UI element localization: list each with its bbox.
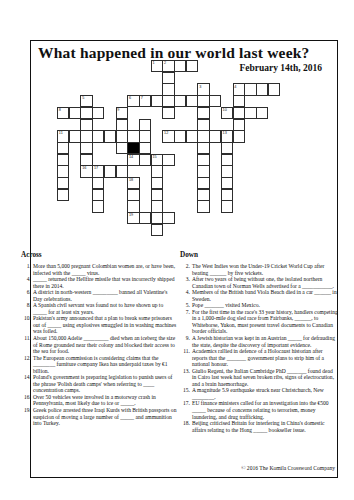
crossword-page: { "game": "crossword", "page": { "title"… bbox=[0, 0, 354, 500]
crossword-cell[interactable] bbox=[233, 95, 245, 107]
clue: 6.A district in north-western _________ … bbox=[21, 289, 177, 302]
crossword-cell[interactable] bbox=[127, 189, 139, 201]
cell-number: 2 bbox=[164, 61, 166, 65]
crossword-cell[interactable] bbox=[104, 165, 116, 177]
clue-number: 10. bbox=[21, 315, 33, 322]
crossword-cell[interactable]: 7 bbox=[139, 95, 151, 107]
footer-credit: © 2016 The Komila Crossword Company bbox=[241, 465, 335, 471]
crossword-cell[interactable] bbox=[174, 60, 186, 72]
crossword-cell[interactable] bbox=[80, 119, 92, 131]
crossword-cell[interactable] bbox=[116, 142, 128, 154]
clue: 11.About 150,000 Adelie _________ died w… bbox=[21, 335, 177, 355]
clue: 11.Academics rallied in defence of a Hol… bbox=[180, 348, 338, 368]
crossword-cell[interactable] bbox=[162, 72, 174, 84]
crossword-cell[interactable] bbox=[69, 130, 81, 142]
clue-text: EU finance ministers called for an inves… bbox=[192, 400, 338, 420]
clue-text: A Jewish historian was kept in an Austri… bbox=[192, 335, 338, 348]
clue-number: 9. bbox=[180, 335, 192, 342]
crossword-cell[interactable] bbox=[197, 177, 209, 189]
clue-number: 2. bbox=[180, 263, 192, 270]
crossword-cell[interactable] bbox=[92, 177, 104, 189]
clue-text: Greek police arrested three Iraqi Kurds … bbox=[33, 407, 177, 427]
crossword-cell[interactable] bbox=[197, 165, 209, 177]
crossword-cell[interactable]: 15 bbox=[151, 154, 163, 166]
cell-number: 10 bbox=[223, 108, 227, 112]
crossword-cell[interactable]: 4 bbox=[233, 83, 245, 95]
crossword-cell[interactable] bbox=[221, 165, 233, 177]
cell-number: 7 bbox=[141, 96, 143, 100]
clue: 8.A Spanish civil servant was found not … bbox=[21, 302, 177, 315]
crossword-cell[interactable] bbox=[256, 83, 268, 95]
crossword-cell[interactable]: 14 bbox=[127, 154, 139, 166]
clue: 16.Over 50 vehicles were involved in a m… bbox=[21, 394, 177, 407]
clue-text: Members of the British band Viola Beach … bbox=[192, 289, 338, 302]
cell-number: 19 bbox=[129, 213, 133, 217]
cell-number: 5 bbox=[82, 96, 84, 100]
crossword-cell[interactable] bbox=[92, 200, 104, 212]
crossword-cell[interactable] bbox=[104, 130, 116, 142]
crossword-cell[interactable] bbox=[80, 107, 92, 119]
crossword-cell[interactable] bbox=[221, 200, 233, 212]
clue-number: 1. bbox=[21, 263, 33, 270]
crossword-cell[interactable] bbox=[197, 200, 209, 212]
clue: 7.For the first time in the race's 33 ye… bbox=[180, 309, 338, 335]
clue-text: Beijing criticised Britain for interferi… bbox=[192, 420, 338, 433]
cell-number: 17 bbox=[94, 166, 98, 170]
clue-number: 19. bbox=[21, 407, 33, 414]
cell-number: 12 bbox=[164, 131, 168, 135]
clue: 4._____ returned the Hellfire missile th… bbox=[21, 276, 177, 289]
clue-text: After two years of being without one, th… bbox=[192, 276, 338, 289]
crossword-cell[interactable] bbox=[186, 60, 198, 72]
crossword-cell[interactable] bbox=[162, 154, 174, 166]
clue-text: Pakistan's army announced that a plan to… bbox=[33, 315, 177, 335]
crossword-cell[interactable] bbox=[92, 130, 104, 142]
crossword-cell[interactable] bbox=[139, 119, 151, 131]
crossword-cell[interactable] bbox=[186, 95, 198, 107]
crossword-cell[interactable] bbox=[57, 165, 69, 177]
crossword-cell[interactable] bbox=[151, 224, 163, 236]
crossword-cell[interactable] bbox=[139, 130, 151, 142]
crossword-cell[interactable] bbox=[57, 142, 69, 154]
crossword-cell[interactable]: 12 bbox=[162, 130, 174, 142]
crossword-cell[interactable] bbox=[116, 165, 128, 177]
crossword-cell[interactable]: 8 bbox=[57, 107, 69, 119]
crossword-cell[interactable] bbox=[80, 130, 92, 142]
clue-number: 12. bbox=[21, 355, 33, 362]
cell-number: 15 bbox=[152, 155, 156, 159]
down-header: Down bbox=[180, 251, 198, 259]
crossword-cell[interactable] bbox=[221, 154, 233, 166]
crossword-grid: 12345678910111213141516171819 bbox=[57, 60, 281, 237]
clue-number: 4. bbox=[21, 276, 33, 283]
crossword-cell[interactable] bbox=[151, 189, 163, 201]
clue-number: 11. bbox=[180, 348, 192, 355]
crossword-cell[interactable] bbox=[151, 177, 163, 189]
clue: 2.The West Indies won the Under-19 Crick… bbox=[180, 263, 338, 276]
clue: 9.A Jewish historian was kept in an Aust… bbox=[180, 335, 338, 348]
crossword-cell[interactable] bbox=[162, 83, 174, 95]
clue: 17.EU finance ministers called for an in… bbox=[180, 400, 338, 420]
clue-number: 17. bbox=[180, 400, 192, 407]
crossword-cell[interactable] bbox=[244, 107, 256, 119]
clue-number: 11. bbox=[21, 335, 33, 342]
crossword-cell[interactable] bbox=[174, 95, 186, 107]
crossword-cell[interactable] bbox=[256, 107, 268, 119]
clue-number: 8. bbox=[21, 302, 33, 309]
clue: 18.Beijing criticised Britain for interf… bbox=[180, 420, 338, 433]
crossword-cell[interactable] bbox=[197, 142, 209, 154]
cell-number: 9 bbox=[117, 108, 119, 112]
crossword-cell[interactable] bbox=[80, 154, 92, 166]
crossword-cell[interactable] bbox=[80, 142, 92, 154]
clue-text: Over 50 vehicles were involved in a moto… bbox=[33, 394, 177, 407]
clue-number: 16. bbox=[21, 394, 33, 401]
crossword-cell[interactable]: 13 bbox=[221, 130, 233, 142]
crossword-cell[interactable] bbox=[209, 130, 221, 142]
cell-number: 4 bbox=[234, 85, 236, 89]
crossword-cell[interactable] bbox=[244, 83, 256, 95]
crossword-cell[interactable] bbox=[151, 212, 163, 224]
crossword-cell[interactable] bbox=[139, 154, 151, 166]
across-header: Across bbox=[21, 251, 42, 259]
clue: 1.More than 5,000 pregnant Colombian wom… bbox=[21, 263, 177, 276]
crossword-cell[interactable] bbox=[139, 212, 151, 224]
clue-number: 4. bbox=[180, 289, 192, 296]
crossword-cell[interactable] bbox=[162, 107, 174, 119]
crossword-cell[interactable] bbox=[233, 119, 245, 131]
crossword-cell[interactable]: 16 bbox=[80, 165, 92, 177]
clue-number: 18. bbox=[180, 420, 192, 427]
crossword-cell[interactable] bbox=[151, 200, 163, 212]
crossword-cell[interactable] bbox=[92, 189, 104, 201]
down-clue-list: 2.The West Indies won the Under-19 Crick… bbox=[180, 263, 338, 433]
crossword-cell[interactable] bbox=[139, 142, 151, 154]
crossword-cell[interactable]: 9 bbox=[116, 107, 128, 119]
clue: 19.Greek police arrested three Iraqi Kur… bbox=[21, 407, 177, 427]
clue-number: 13. bbox=[180, 368, 192, 375]
clue: 10.Pakistan's army announced that a plan… bbox=[21, 315, 177, 335]
crossword-cell[interactable] bbox=[221, 142, 233, 154]
crossword-cell[interactable]: 17 bbox=[92, 165, 104, 177]
clue-text: Giulio Regeni, the Italian Cambridge PhD… bbox=[192, 368, 338, 388]
clue-text: Poland's government is preparing legisla… bbox=[33, 374, 177, 394]
crossword-cell[interactable]: 2 bbox=[162, 60, 174, 72]
clue-text: The European commission is considering c… bbox=[33, 355, 177, 375]
crossword-cell[interactable]: 18 bbox=[127, 177, 139, 189]
cell-number: 11 bbox=[59, 131, 63, 135]
crossword-cell[interactable] bbox=[57, 177, 69, 189]
crossword-cell[interactable]: 10 bbox=[221, 107, 233, 119]
clue-number: 15. bbox=[180, 387, 192, 394]
cell-number: 14 bbox=[129, 155, 133, 159]
crossword-cell[interactable] bbox=[197, 130, 209, 142]
crossword-cell[interactable] bbox=[197, 154, 209, 166]
black-cell bbox=[127, 142, 139, 154]
clue: 13.Giulio Regeni, the Italian Cambridge … bbox=[180, 368, 338, 388]
crossword-cell[interactable] bbox=[197, 95, 209, 107]
crossword-cell[interactable] bbox=[69, 107, 81, 119]
cell-number: 1 bbox=[152, 61, 154, 65]
clue-text: _____ returned the Hellfire missile that… bbox=[33, 276, 177, 289]
clue-text: A district in north-western _________ ba… bbox=[33, 289, 177, 302]
clue-number: 3. bbox=[180, 276, 192, 283]
crossword-cell[interactable] bbox=[221, 189, 233, 201]
clue-text: More than 5,000 pregnant Colombian women… bbox=[33, 263, 177, 276]
crossword-cell[interactable]: 3 bbox=[197, 83, 209, 95]
clue: 4.Members of the British band Viola Beac… bbox=[180, 289, 338, 302]
crossword-cell[interactable] bbox=[116, 130, 128, 142]
clue-number: 6. bbox=[21, 289, 33, 296]
crossword-cell[interactable] bbox=[151, 95, 163, 107]
crossword-cell[interactable] bbox=[162, 212, 174, 224]
crossword-cell[interactable]: 11 bbox=[57, 130, 69, 142]
clue-number: 14. bbox=[21, 374, 33, 381]
clue: 14.Poland's government is preparing legi… bbox=[21, 374, 177, 394]
crossword-cell[interactable] bbox=[186, 130, 198, 142]
clue-text: A Spanish civil servant was found not to… bbox=[33, 302, 177, 315]
crossword-cell[interactable] bbox=[116, 119, 128, 131]
clue-text: The West Indies won the Under-19 Cricket… bbox=[192, 263, 338, 276]
crossword-cell[interactable]: 1 bbox=[151, 60, 163, 72]
crossword-cell[interactable]: 6 bbox=[127, 95, 139, 107]
crossword-cell[interactable] bbox=[209, 95, 221, 107]
cell-number: 6 bbox=[129, 96, 131, 100]
cell-number: 18 bbox=[129, 178, 133, 182]
clue-number: 7. bbox=[180, 309, 192, 316]
across-clue-list: 1.More than 5,000 pregnant Colombian wom… bbox=[21, 263, 177, 427]
crossword-cell[interactable] bbox=[92, 107, 104, 119]
cell-number: 16 bbox=[82, 166, 86, 170]
clue-text: About 150,000 Adelie _________ died when… bbox=[33, 335, 177, 355]
clue: 12.The European commission is considerin… bbox=[21, 355, 177, 375]
clue: 3.After two years of being without one, … bbox=[180, 276, 338, 289]
crossword-cell[interactable] bbox=[127, 200, 139, 212]
crossword-cell[interactable] bbox=[221, 177, 233, 189]
clue-text: A magnitude 5.9 earthquake struck near C… bbox=[192, 387, 338, 400]
clue: 15.A magnitude 5.9 earthquake struck nea… bbox=[180, 387, 338, 400]
crossword-cell[interactable] bbox=[57, 189, 69, 201]
crossword-cell[interactable] bbox=[127, 130, 139, 142]
crossword-cell[interactable]: 19 bbox=[127, 212, 139, 224]
crossword-cell[interactable]: 5 bbox=[80, 95, 92, 107]
clue-text: Academics rallied in defence of a Holoca… bbox=[192, 348, 338, 368]
crossword-cell[interactable] bbox=[57, 154, 69, 166]
crossword-cell[interactable] bbox=[268, 83, 280, 95]
crossword-cell[interactable] bbox=[197, 189, 209, 201]
clue-text: For the first time in the race's 33 year… bbox=[192, 309, 338, 335]
crossword-cell[interactable] bbox=[197, 107, 209, 119]
crossword-cell[interactable] bbox=[233, 107, 245, 119]
cell-number: 8 bbox=[59, 108, 61, 112]
crossword-cell[interactable] bbox=[162, 95, 174, 107]
crossword-cell[interactable] bbox=[233, 130, 245, 142]
cell-number: 13 bbox=[223, 131, 227, 135]
cell-number: 3 bbox=[199, 85, 201, 89]
crossword-cell[interactable] bbox=[197, 119, 209, 131]
crossword-cell[interactable] bbox=[174, 130, 186, 142]
crossword-cell[interactable] bbox=[151, 165, 163, 177]
